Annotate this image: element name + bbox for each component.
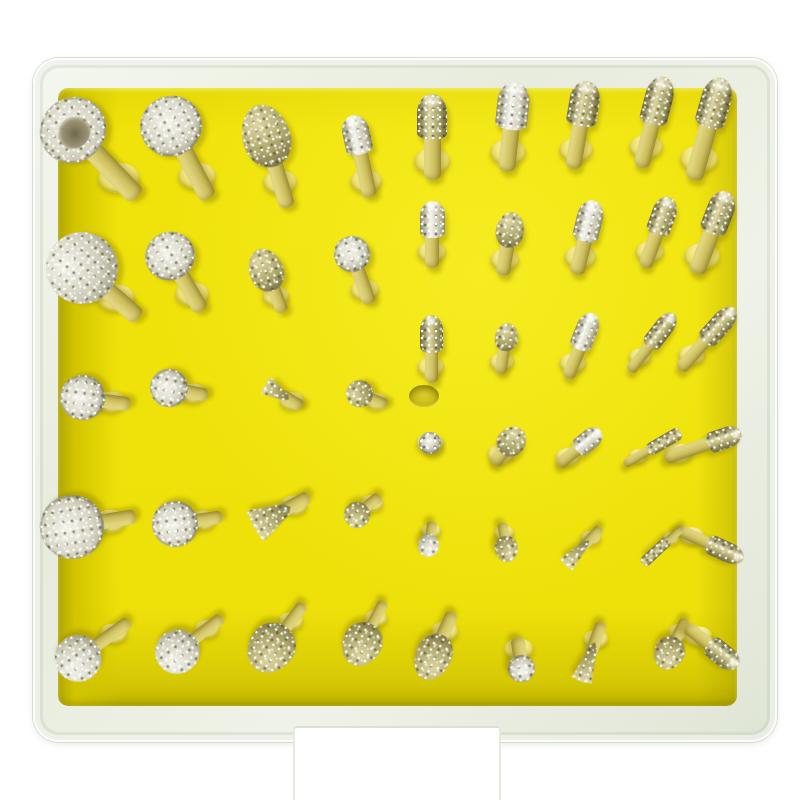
case-bottom-notch <box>293 726 501 800</box>
bit-head <box>417 94 447 140</box>
bit-head <box>419 432 441 454</box>
empty-hole <box>409 385 439 407</box>
product-photo <box>0 0 800 800</box>
bit-head <box>420 315 443 353</box>
bit-head <box>420 201 445 238</box>
